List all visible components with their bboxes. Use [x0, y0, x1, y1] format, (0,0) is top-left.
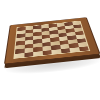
playing-area [15, 21, 89, 58]
board-perspective-wrapper [0, 0, 100, 100]
board-inner-border [13, 21, 90, 59]
square-c1[interactable] [33, 51, 42, 56]
square-h1[interactable] [78, 46, 88, 51]
square-d1[interactable] [42, 50, 52, 55]
square-b1[interactable] [24, 52, 33, 57]
square-a1[interactable] [15, 53, 25, 58]
photo-background [0, 0, 100, 100]
